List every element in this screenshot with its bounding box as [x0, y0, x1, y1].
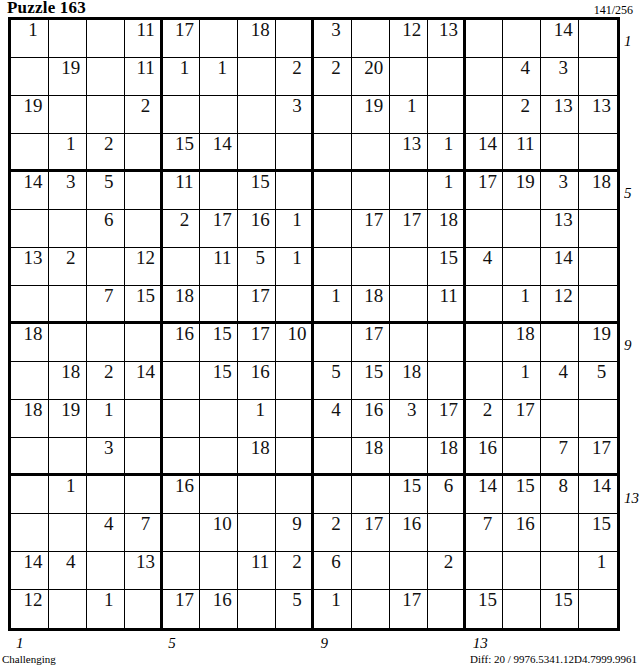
difficulty-label: Challenging [2, 653, 56, 665]
cell-r5c15[interactable]: 3 [541, 172, 579, 210]
cell-r9c5[interactable]: 16 [163, 324, 201, 362]
cell-r5c11[interactable] [390, 172, 428, 210]
cell-r10c9[interactable]: 5 [314, 362, 352, 400]
cell-r13c3[interactable] [87, 476, 125, 514]
cell-r4c10[interactable] [352, 134, 390, 172]
cell-r16c12[interactable] [428, 590, 466, 628]
cell-r13c15[interactable]: 8 [541, 476, 579, 514]
cell-r3c15[interactable]: 13 [541, 96, 579, 134]
cell-r6c13[interactable] [466, 210, 504, 248]
cell-r13c2[interactable]: 1 [49, 476, 87, 514]
cell-r1c3[interactable] [87, 20, 125, 58]
cell-r2c13[interactable] [466, 58, 504, 96]
cell-r16c7[interactable] [238, 590, 276, 628]
cell-r5c5[interactable]: 11 [163, 172, 201, 210]
cell-r6c3[interactable]: 6 [87, 210, 125, 248]
cell-r12c11[interactable] [390, 438, 428, 476]
cell-r4c12[interactable]: 1 [428, 134, 466, 172]
cell-r10c8[interactable] [276, 362, 314, 400]
cell-r3c10[interactable]: 19 [352, 96, 390, 134]
cell-r7c7[interactable]: 5 [238, 248, 276, 286]
cell-r8c6[interactable] [200, 286, 238, 324]
cell-r6c2[interactable] [49, 210, 87, 248]
cell-r3c9[interactable] [314, 96, 352, 134]
cell-r5c4[interactable] [125, 172, 163, 210]
cell-r14c14[interactable]: 16 [503, 514, 541, 552]
cell-r15c15[interactable] [541, 552, 579, 590]
cell-r15c11[interactable] [390, 552, 428, 590]
cell-r4c15[interactable] [541, 134, 579, 172]
cell-r6c7[interactable]: 16 [238, 210, 276, 248]
cell-r12c14[interactable] [503, 438, 541, 476]
cell-r9c6[interactable]: 15 [200, 324, 238, 362]
cell-r15c13[interactable] [466, 552, 504, 590]
cell-r13c11[interactable]: 15 [390, 476, 428, 514]
cell-r4c2[interactable]: 1 [49, 134, 87, 172]
cell-r16c3[interactable]: 1 [87, 590, 125, 628]
cell-r4c4[interactable] [125, 134, 163, 172]
cell-r2c4[interactable]: 11 [125, 58, 163, 96]
cell-r9c2[interactable] [49, 324, 87, 362]
cell-r8c11[interactable] [390, 286, 428, 324]
cell-r1c5[interactable]: 17 [163, 20, 201, 58]
cell-r11c11[interactable]: 3 [390, 400, 428, 438]
cell-r4c11[interactable]: 13 [390, 134, 428, 172]
cell-r1c14[interactable] [503, 20, 541, 58]
cell-r8c2[interactable] [49, 286, 87, 324]
cell-r14c11[interactable]: 16 [390, 514, 428, 552]
cell-r6c4[interactable] [125, 210, 163, 248]
cell-r3c5[interactable] [163, 96, 201, 134]
cell-r7c4[interactable]: 12 [125, 248, 163, 286]
cell-r1c15[interactable]: 14 [541, 20, 579, 58]
cell-r11c7[interactable]: 1 [238, 400, 276, 438]
cell-r1c6[interactable] [200, 20, 238, 58]
cell-r11c15[interactable] [541, 400, 579, 438]
cell-r13c9[interactable] [314, 476, 352, 514]
cell-r10c15[interactable]: 4 [541, 362, 579, 400]
cell-r13c14[interactable]: 15 [503, 476, 541, 514]
cell-r13c8[interactable] [276, 476, 314, 514]
cell-r15c14[interactable] [503, 552, 541, 590]
cell-r7c8[interactable]: 1 [276, 248, 314, 286]
cell-r5c3[interactable]: 5 [87, 172, 125, 210]
cell-r15c2[interactable]: 4 [49, 552, 87, 590]
cell-r16c15[interactable]: 15 [541, 590, 579, 628]
cell-r10c11[interactable]: 18 [390, 362, 428, 400]
cell-r16c10[interactable] [352, 590, 390, 628]
givens-counter: 141/256 [594, 3, 633, 18]
cell-r10c1[interactable] [11, 362, 49, 400]
cell-r16c11[interactable]: 17 [390, 590, 428, 628]
cell-r15c3[interactable] [87, 552, 125, 590]
cell-r14c12[interactable] [428, 514, 466, 552]
cell-r8c9[interactable]: 1 [314, 286, 352, 324]
cell-r10c14[interactable]: 1 [503, 362, 541, 400]
cell-r14c9[interactable]: 2 [314, 514, 352, 552]
cell-r12c13[interactable]: 16 [466, 438, 504, 476]
cell-r11c8[interactable] [276, 400, 314, 438]
cell-r16c4[interactable] [125, 590, 163, 628]
cell-r2c14[interactable]: 4 [503, 58, 541, 96]
cell-r12c16[interactable]: 17 [579, 438, 617, 476]
cell-r6c8[interactable]: 1 [276, 210, 314, 248]
cell-r2c15[interactable]: 3 [541, 58, 579, 96]
cell-r8c14[interactable]: 1 [503, 286, 541, 324]
cell-r15c1[interactable]: 14 [11, 552, 49, 590]
cell-r4c6[interactable]: 14 [200, 134, 238, 172]
cell-r3c6[interactable] [200, 96, 238, 134]
col-label-5: 5 [168, 636, 176, 651]
cell-r4c5[interactable]: 15 [163, 134, 201, 172]
cell-r16c14[interactable] [503, 590, 541, 628]
col-label-1: 1 [16, 636, 24, 651]
cell-r8c16[interactable] [579, 286, 617, 324]
cell-r13c13[interactable]: 14 [466, 476, 504, 514]
cell-r15c9[interactable]: 6 [314, 552, 352, 590]
cell-r4c1[interactable] [11, 134, 49, 172]
cell-r2c7[interactable] [238, 58, 276, 96]
cell-r13c5[interactable]: 16 [163, 476, 201, 514]
cell-r7c16[interactable] [579, 248, 617, 286]
col-label-13: 13 [473, 636, 488, 651]
cell-r11c9[interactable]: 4 [314, 400, 352, 438]
cell-r12c4[interactable] [125, 438, 163, 476]
cell-r14c15[interactable] [541, 514, 579, 552]
cell-r1c16[interactable] [579, 20, 617, 58]
cell-r10c7[interactable]: 16 [238, 362, 276, 400]
cell-r9c11[interactable] [390, 324, 428, 362]
cell-r15c6[interactable] [200, 552, 238, 590]
cell-r12c12[interactable]: 18 [428, 438, 466, 476]
cell-r4c8[interactable] [276, 134, 314, 172]
cell-r14c2[interactable] [49, 514, 87, 552]
cell-r16c2[interactable] [49, 590, 87, 628]
cell-r5c2[interactable]: 3 [49, 172, 87, 210]
cell-r11c10[interactable]: 16 [352, 400, 390, 438]
cell-r14c16[interactable]: 15 [579, 514, 617, 552]
cell-r3c12[interactable] [428, 96, 466, 134]
cell-r14c4[interactable]: 7 [125, 514, 163, 552]
cell-r11c14[interactable]: 17 [503, 400, 541, 438]
cell-r15c7[interactable]: 11 [238, 552, 276, 590]
cell-r4c3[interactable]: 2 [87, 134, 125, 172]
cell-r3c2[interactable] [49, 96, 87, 134]
cell-r2c3[interactable] [87, 58, 125, 96]
cell-r7c2[interactable]: 2 [49, 248, 87, 286]
cell-r7c5[interactable] [163, 248, 201, 286]
cell-r7c3[interactable] [87, 248, 125, 286]
cell-r9c16[interactable]: 19 [579, 324, 617, 362]
col-label-9: 9 [320, 636, 328, 651]
cell-r10c6[interactable]: 15 [200, 362, 238, 400]
cell-r9c1[interactable]: 18 [11, 324, 49, 362]
cell-r9c14[interactable]: 18 [503, 324, 541, 362]
cell-r9c4[interactable] [125, 324, 163, 362]
cell-r10c10[interactable]: 15 [352, 362, 390, 400]
cell-r6c6[interactable]: 17 [200, 210, 238, 248]
cell-r1c13[interactable] [466, 20, 504, 58]
cell-r7c15[interactable]: 14 [541, 248, 579, 286]
cell-r10c3[interactable]: 2 [87, 362, 125, 400]
cell-r1c2[interactable] [49, 20, 87, 58]
cell-r11c12[interactable]: 17 [428, 400, 466, 438]
cell-r11c5[interactable] [163, 400, 201, 438]
cell-r8c4[interactable]: 15 [125, 286, 163, 324]
cell-r8c15[interactable]: 12 [541, 286, 579, 324]
cell-r5c6[interactable] [200, 172, 238, 210]
cell-r12c9[interactable] [314, 438, 352, 476]
cell-r13c7[interactable] [238, 476, 276, 514]
cell-r14c3[interactable]: 4 [87, 514, 125, 552]
difficulty-info: Diff: 20 / 9976.5341.12D4.7999.9961 [470, 653, 637, 665]
cell-r10c2[interactable]: 18 [49, 362, 87, 400]
cell-r15c10[interactable] [352, 552, 390, 590]
cell-r7c11[interactable] [390, 248, 428, 286]
cell-r11c6[interactable] [200, 400, 238, 438]
cell-r6c1[interactable] [11, 210, 49, 248]
cell-r9c3[interactable] [87, 324, 125, 362]
cell-r2c10[interactable]: 20 [352, 58, 390, 96]
cell-r3c16[interactable]: 13 [579, 96, 617, 134]
cell-r1c11[interactable]: 12 [390, 20, 428, 58]
cell-r8c5[interactable]: 18 [163, 286, 201, 324]
cell-r13c4[interactable] [125, 476, 163, 514]
cell-r11c2[interactable]: 19 [49, 400, 87, 438]
cell-r4c16[interactable] [579, 134, 617, 172]
cell-r15c4[interactable]: 13 [125, 552, 163, 590]
cell-r6c15[interactable]: 13 [541, 210, 579, 248]
cell-r5c8[interactable] [276, 172, 314, 210]
cell-r4c9[interactable] [314, 134, 352, 172]
cell-r16c16[interactable] [579, 590, 617, 628]
cell-r15c8[interactable]: 2 [276, 552, 314, 590]
cell-r6c9[interactable] [314, 210, 352, 248]
cell-r4c7[interactable] [238, 134, 276, 172]
cell-r12c6[interactable] [200, 438, 238, 476]
cell-r1c1[interactable]: 1 [11, 20, 49, 58]
cell-r16c5[interactable]: 17 [163, 590, 201, 628]
cell-r10c16[interactable]: 5 [579, 362, 617, 400]
cell-r9c12[interactable] [428, 324, 466, 362]
cell-r2c1[interactable] [11, 58, 49, 96]
cell-r6c5[interactable]: 2 [163, 210, 201, 248]
row-label-1: 1 [624, 34, 632, 49]
cell-r7c14[interactable] [503, 248, 541, 286]
cell-r9c8[interactable]: 10 [276, 324, 314, 362]
row-label-5: 5 [624, 186, 632, 201]
cell-r3c14[interactable]: 2 [503, 96, 541, 134]
cell-r3c4[interactable]: 2 [125, 96, 163, 134]
cell-r16c13[interactable]: 15 [466, 590, 504, 628]
cell-r14c5[interactable] [163, 514, 201, 552]
cell-r2c8[interactable]: 2 [276, 58, 314, 96]
row-label-9: 9 [624, 338, 632, 353]
cell-r15c12[interactable]: 2 [428, 552, 466, 590]
cell-r9c9[interactable] [314, 324, 352, 362]
cell-r5c13[interactable]: 17 [466, 172, 504, 210]
cell-r11c3[interactable]: 1 [87, 400, 125, 438]
cell-r16c9[interactable]: 1 [314, 590, 352, 628]
cell-r6c14[interactable] [503, 210, 541, 248]
cell-r9c7[interactable]: 17 [238, 324, 276, 362]
cell-r2c5[interactable]: 1 [163, 58, 201, 96]
cell-r1c10[interactable] [352, 20, 390, 58]
cell-r2c16[interactable] [579, 58, 617, 96]
cell-r16c8[interactable]: 5 [276, 590, 314, 628]
cell-r12c2[interactable] [49, 438, 87, 476]
row-label-13: 13 [624, 491, 639, 506]
cell-r5c1[interactable]: 14 [11, 172, 49, 210]
cell-r3c7[interactable] [238, 96, 276, 134]
cell-r8c7[interactable]: 17 [238, 286, 276, 324]
cell-r5c10[interactable] [352, 172, 390, 210]
cell-r2c2[interactable]: 19 [49, 58, 87, 96]
cell-r1c9[interactable]: 3 [314, 20, 352, 58]
cell-r7c1[interactable]: 13 [11, 248, 49, 286]
cell-r1c12[interactable]: 13 [428, 20, 466, 58]
cell-r16c6[interactable]: 16 [200, 590, 238, 628]
cell-r1c8[interactable] [276, 20, 314, 58]
cell-r9c15[interactable] [541, 324, 579, 362]
cell-r7c12[interactable]: 15 [428, 248, 466, 286]
cell-r15c5[interactable] [163, 552, 201, 590]
cell-r2c9[interactable]: 2 [314, 58, 352, 96]
cell-r11c1[interactable]: 18 [11, 400, 49, 438]
cell-r8c12[interactable]: 11 [428, 286, 466, 324]
cell-r7c10[interactable] [352, 248, 390, 286]
cell-r6c16[interactable] [579, 210, 617, 248]
cell-r8c8[interactable] [276, 286, 314, 324]
cell-r3c11[interactable]: 1 [390, 96, 428, 134]
cell-r4c13[interactable]: 14 [466, 134, 504, 172]
cell-r12c3[interactable]: 3 [87, 438, 125, 476]
cell-r12c7[interactable]: 18 [238, 438, 276, 476]
cell-r12c15[interactable]: 7 [541, 438, 579, 476]
cell-r1c7[interactable]: 18 [238, 20, 276, 58]
cell-r10c5[interactable] [163, 362, 201, 400]
cell-r5c12[interactable]: 1 [428, 172, 466, 210]
cell-r12c1[interactable] [11, 438, 49, 476]
cell-r10c4[interactable]: 14 [125, 362, 163, 400]
cell-r3c13[interactable] [466, 96, 504, 134]
cell-r5c14[interactable]: 19 [503, 172, 541, 210]
cell-r2c12[interactable] [428, 58, 466, 96]
puzzle-board: 1111718312131419111122204319231912131312… [8, 17, 620, 631]
cell-r3c3[interactable] [87, 96, 125, 134]
cell-r4c14[interactable]: 11 [503, 134, 541, 172]
cell-r2c6[interactable]: 1 [200, 58, 238, 96]
cell-r14c7[interactable] [238, 514, 276, 552]
cell-r13c6[interactable] [200, 476, 238, 514]
page-title: Puzzle 163 [7, 0, 86, 18]
cell-r10c12[interactable] [428, 362, 466, 400]
cell-r8c3[interactable]: 7 [87, 286, 125, 324]
cell-r9c13[interactable] [466, 324, 504, 362]
cell-r14c6[interactable]: 10 [200, 514, 238, 552]
puzzle-page: Puzzle 163 141/256 111171831213141911112… [0, 0, 639, 668]
cell-r8c1[interactable] [11, 286, 49, 324]
cell-r13c10[interactable] [352, 476, 390, 514]
cell-r13c12[interactable]: 6 [428, 476, 466, 514]
cell-r12c5[interactable] [163, 438, 201, 476]
cell-r14c8[interactable]: 9 [276, 514, 314, 552]
cell-r13c16[interactable]: 14 [579, 476, 617, 514]
cell-r9c10[interactable]: 17 [352, 324, 390, 362]
cell-r3c1[interactable]: 19 [11, 96, 49, 134]
cell-r7c6[interactable]: 11 [200, 248, 238, 286]
cell-r11c4[interactable] [125, 400, 163, 438]
cell-r11c16[interactable] [579, 400, 617, 438]
cell-r10c13[interactable] [466, 362, 504, 400]
cell-r8c13[interactable] [466, 286, 504, 324]
cell-r1c4[interactable]: 11 [125, 20, 163, 58]
cell-r13c1[interactable] [11, 476, 49, 514]
cell-r5c7[interactable]: 15 [238, 172, 276, 210]
cell-r14c13[interactable]: 7 [466, 514, 504, 552]
cell-r5c9[interactable] [314, 172, 352, 210]
cell-r6c11[interactable]: 17 [390, 210, 428, 248]
cell-r14c10[interactable]: 17 [352, 514, 390, 552]
cell-r5c16[interactable]: 18 [579, 172, 617, 210]
cell-r3c8[interactable]: 3 [276, 96, 314, 134]
cell-r2c11[interactable] [390, 58, 428, 96]
cell-r16c1[interactable]: 12 [11, 590, 49, 628]
cell-r11c13[interactable]: 2 [466, 400, 504, 438]
cell-r12c8[interactable] [276, 438, 314, 476]
cell-r6c12[interactable]: 18 [428, 210, 466, 248]
cell-r15c16[interactable]: 1 [579, 552, 617, 590]
cell-r7c13[interactable]: 4 [466, 248, 504, 286]
cell-r7c9[interactable] [314, 248, 352, 286]
cell-r14c1[interactable] [11, 514, 49, 552]
cell-r8c10[interactable]: 18 [352, 286, 390, 324]
cell-r6c10[interactable]: 17 [352, 210, 390, 248]
cell-r12c10[interactable]: 18 [352, 438, 390, 476]
